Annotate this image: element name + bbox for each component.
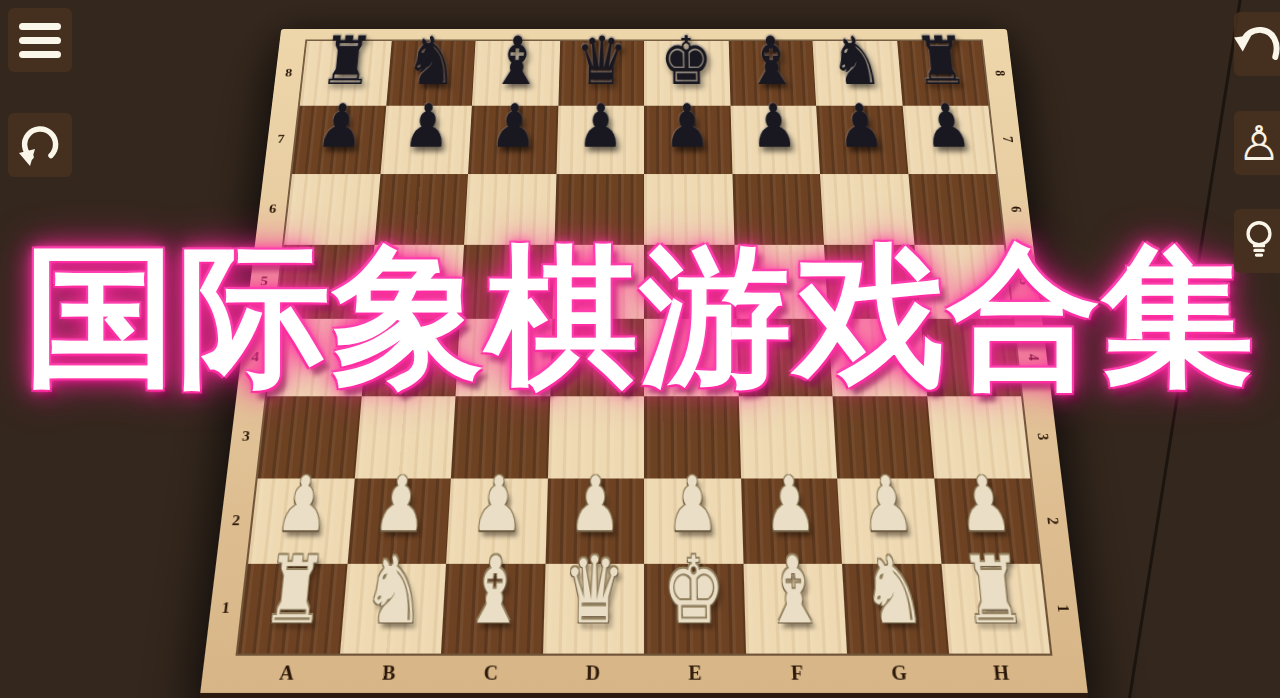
coordinate-label: 7 (966, 130, 1048, 149)
square-a7[interactable]: ♟ (292, 106, 386, 174)
piece-white-pawn-b2[interactable]: ♟ (372, 467, 429, 543)
piece-white-pawn-d2[interactable]: ♟ (569, 467, 622, 543)
coordinate-label: 2 (1006, 508, 1099, 532)
piece-white-bishop-f1[interactable]: ♝ (761, 545, 827, 637)
piece-black-knight-b8[interactable]: ♞ (403, 27, 460, 94)
piece-black-pawn-d7[interactable]: ♟ (577, 97, 624, 157)
piece-black-bishop-c8[interactable]: ♝ (489, 27, 544, 94)
player-pawn-button[interactable]: ♙ (1234, 111, 1280, 175)
piece-white-pawn-c2[interactable]: ♟ (470, 467, 525, 543)
square-e7[interactable]: ♟ (644, 106, 732, 174)
square-f7[interactable]: ♟ (730, 106, 820, 174)
piece-black-pawn-e7[interactable]: ♟ (664, 97, 711, 157)
menu-button[interactable] (8, 8, 72, 72)
piece-black-king-e8[interactable]: ♚ (660, 27, 714, 94)
piece-white-pawn-e2[interactable]: ♟ (666, 467, 719, 543)
page-title: 国际象棋游戏合集 (0, 232, 1280, 399)
piece-white-knight-b1[interactable]: ♞ (360, 545, 428, 637)
square-c1[interactable]: ♝ (441, 564, 545, 654)
pawn-icon: ♙ (1237, 119, 1280, 167)
piece-black-bishop-f8[interactable]: ♝ (744, 27, 799, 94)
piece-white-pawn-h2[interactable]: ♟ (955, 467, 1014, 543)
coordinate-label: 7 (265, 106, 296, 174)
square-a1[interactable]: ♜ (238, 564, 347, 654)
piece-black-pawn-f7[interactable]: ♟ (750, 97, 799, 157)
piece-black-rook-h8[interactable]: ♜ (911, 27, 970, 94)
piece-black-knight-g8[interactable]: ♞ (828, 27, 885, 94)
hamburger-icon (19, 23, 61, 58)
square-b1[interactable]: ♞ (339, 564, 446, 654)
coordinate-label: 6 (973, 199, 1057, 219)
lightbulb-icon (1234, 216, 1280, 266)
piece-black-queen-d8[interactable]: ♛ (575, 27, 629, 94)
piece-black-pawn-h7[interactable]: ♟ (922, 97, 974, 157)
piece-white-rook-h1[interactable]: ♜ (958, 545, 1029, 637)
square-b7[interactable]: ♟ (380, 106, 472, 174)
coordinate-label: E (644, 659, 746, 687)
coordinate-label: D (542, 659, 644, 687)
piece-white-pawn-f2[interactable]: ♟ (763, 467, 818, 543)
square-g1[interactable]: ♞ (842, 564, 949, 654)
rotate-icon (16, 121, 64, 169)
piece-white-pawn-g2[interactable]: ♟ (859, 467, 916, 543)
file-labels-bottom: ABCDEFGH (234, 659, 1054, 687)
piece-black-pawn-c7[interactable]: ♟ (489, 97, 538, 157)
square-e1[interactable]: ♚ (644, 564, 746, 654)
piece-white-pawn-a2[interactable]: ♟ (273, 467, 332, 543)
coordinate-label: C (439, 659, 542, 687)
coordinate-label: 8 (959, 64, 1040, 82)
piece-white-rook-a1[interactable]: ♜ (259, 545, 330, 637)
square-f1[interactable]: ♝ (743, 564, 847, 654)
piece-white-knight-g1[interactable]: ♞ (860, 545, 928, 637)
hint-button[interactable] (1234, 209, 1280, 273)
undo-icon (1233, 18, 1280, 70)
square-d1[interactable]: ♛ (542, 564, 644, 654)
undo-button[interactable] (1234, 12, 1280, 76)
coordinate-label: A (234, 659, 339, 687)
coordinate-label: G (847, 659, 951, 687)
piece-white-king-e1[interactable]: ♚ (663, 545, 726, 637)
coordinate-label: 1 (1015, 595, 1110, 620)
coordinate-label: 3 (997, 425, 1088, 448)
piece-white-queen-d1[interactable]: ♛ (562, 545, 625, 637)
square-c7[interactable]: ♟ (468, 106, 558, 174)
coordinate-label: 8 (274, 41, 304, 106)
piece-black-pawn-a7[interactable]: ♟ (314, 97, 366, 157)
piece-black-pawn-g7[interactable]: ♟ (836, 97, 886, 157)
coordinate-label: F (746, 659, 849, 687)
square-g7[interactable]: ♟ (816, 106, 908, 174)
rotate-board-button[interactable] (8, 113, 72, 177)
piece-black-rook-a8[interactable]: ♜ (317, 27, 376, 94)
coordinate-label: H (949, 659, 1054, 687)
coordinate-label: B (337, 659, 441, 687)
square-d7[interactable]: ♟ (556, 106, 644, 174)
piece-white-bishop-c1[interactable]: ♝ (461, 545, 527, 637)
piece-black-pawn-b7[interactable]: ♟ (402, 97, 452, 157)
